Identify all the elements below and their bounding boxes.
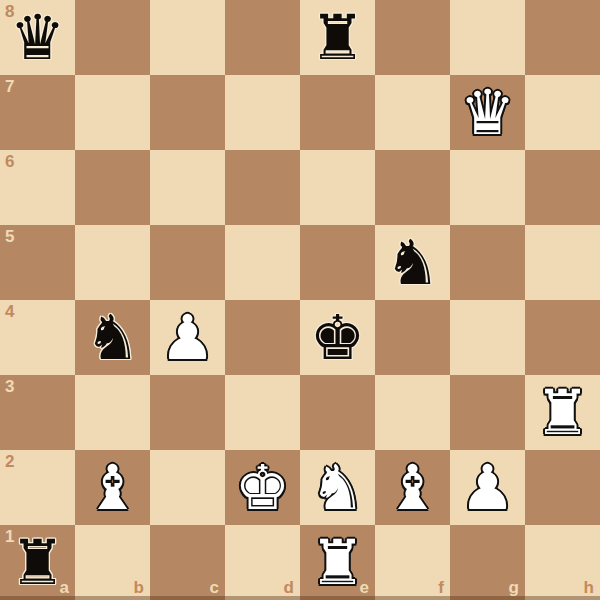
square-f2[interactable]: ♝ bbox=[375, 450, 450, 525]
white-pawn-g2[interactable]: ♟ bbox=[450, 450, 525, 525]
square-c4[interactable]: ♟ bbox=[150, 300, 225, 375]
square-b7[interactable] bbox=[75, 75, 150, 150]
white-rook-h3[interactable]: ♜ bbox=[525, 375, 600, 450]
square-f3[interactable] bbox=[375, 375, 450, 450]
white-queen-g7[interactable]: ♛ bbox=[450, 75, 525, 150]
rank-label-2: 2 bbox=[5, 453, 14, 470]
square-h5[interactable] bbox=[525, 225, 600, 300]
file-label-b: b bbox=[134, 579, 144, 596]
square-e5[interactable] bbox=[300, 225, 375, 300]
square-a5[interactable]: 5 bbox=[0, 225, 75, 300]
white-rook-e1[interactable]: ♜ bbox=[300, 525, 375, 600]
square-g1[interactable]: g bbox=[450, 525, 525, 600]
square-c6[interactable] bbox=[150, 150, 225, 225]
square-e8[interactable]: ♜ bbox=[300, 0, 375, 75]
square-b1[interactable]: b bbox=[75, 525, 150, 600]
white-bishop-f2[interactable]: ♝ bbox=[375, 450, 450, 525]
black-queen-a8[interactable]: ♛ bbox=[0, 0, 75, 75]
file-label-d: d bbox=[284, 579, 294, 596]
white-bishop-b2[interactable]: ♝ bbox=[75, 450, 150, 525]
square-d3[interactable] bbox=[225, 375, 300, 450]
rank-label-7: 7 bbox=[5, 78, 14, 95]
square-a1[interactable]: 1a♜ bbox=[0, 525, 75, 600]
square-d4[interactable] bbox=[225, 300, 300, 375]
chess-board-wrap: 8♛♜7♛65♞4♞♟♚3♜2♝♚♞♝♟1a♜bcde♜fgh bbox=[0, 0, 600, 600]
black-rook-e8[interactable]: ♜ bbox=[300, 0, 375, 75]
white-knight-e2[interactable]: ♞ bbox=[300, 450, 375, 525]
square-d6[interactable] bbox=[225, 150, 300, 225]
square-a3[interactable]: 3 bbox=[0, 375, 75, 450]
rank-label-6: 6 bbox=[5, 153, 14, 170]
file-label-h: h bbox=[584, 579, 594, 596]
square-h3[interactable]: ♜ bbox=[525, 375, 600, 450]
file-label-g: g bbox=[509, 579, 519, 596]
square-e6[interactable] bbox=[300, 150, 375, 225]
file-label-f: f bbox=[438, 579, 444, 596]
square-b2[interactable]: ♝ bbox=[75, 450, 150, 525]
square-h8[interactable] bbox=[525, 0, 600, 75]
rank-label-5: 5 bbox=[5, 228, 14, 245]
square-h4[interactable] bbox=[525, 300, 600, 375]
square-d5[interactable] bbox=[225, 225, 300, 300]
file-label-c: c bbox=[210, 579, 219, 596]
square-a8[interactable]: 8♛ bbox=[0, 0, 75, 75]
white-king-d2[interactable]: ♚ bbox=[225, 450, 300, 525]
black-knight-b4[interactable]: ♞ bbox=[75, 300, 150, 375]
square-h7[interactable] bbox=[525, 75, 600, 150]
square-a2[interactable]: 2 bbox=[0, 450, 75, 525]
square-c1[interactable]: c bbox=[150, 525, 225, 600]
square-f4[interactable] bbox=[375, 300, 450, 375]
square-d8[interactable] bbox=[225, 0, 300, 75]
square-b8[interactable] bbox=[75, 0, 150, 75]
rank-label-3: 3 bbox=[5, 378, 14, 395]
square-c2[interactable] bbox=[150, 450, 225, 525]
square-g6[interactable] bbox=[450, 150, 525, 225]
square-f7[interactable] bbox=[375, 75, 450, 150]
square-a6[interactable]: 6 bbox=[0, 150, 75, 225]
square-f6[interactable] bbox=[375, 150, 450, 225]
square-h6[interactable] bbox=[525, 150, 600, 225]
square-e2[interactable]: ♞ bbox=[300, 450, 375, 525]
square-g7[interactable]: ♛ bbox=[450, 75, 525, 150]
square-f8[interactable] bbox=[375, 0, 450, 75]
square-d2[interactable]: ♚ bbox=[225, 450, 300, 525]
chess-board: 8♛♜7♛65♞4♞♟♚3♜2♝♚♞♝♟1a♜bcde♜fgh bbox=[0, 0, 600, 600]
square-c7[interactable] bbox=[150, 75, 225, 150]
square-b3[interactable] bbox=[75, 375, 150, 450]
square-e7[interactable] bbox=[300, 75, 375, 150]
square-d1[interactable]: d bbox=[225, 525, 300, 600]
rank-label-4: 4 bbox=[5, 303, 14, 320]
square-b6[interactable] bbox=[75, 150, 150, 225]
square-g2[interactable]: ♟ bbox=[450, 450, 525, 525]
square-a4[interactable]: 4 bbox=[0, 300, 75, 375]
square-h2[interactable] bbox=[525, 450, 600, 525]
square-g5[interactable] bbox=[450, 225, 525, 300]
white-pawn-c4[interactable]: ♟ bbox=[150, 300, 225, 375]
black-king-e4[interactable]: ♚ bbox=[300, 300, 375, 375]
square-g4[interactable] bbox=[450, 300, 525, 375]
square-f5[interactable]: ♞ bbox=[375, 225, 450, 300]
square-a7[interactable]: 7 bbox=[0, 75, 75, 150]
square-c8[interactable] bbox=[150, 0, 225, 75]
square-e1[interactable]: e♜ bbox=[300, 525, 375, 600]
square-c3[interactable] bbox=[150, 375, 225, 450]
square-b4[interactable]: ♞ bbox=[75, 300, 150, 375]
black-knight-f5[interactable]: ♞ bbox=[375, 225, 450, 300]
square-g8[interactable] bbox=[450, 0, 525, 75]
square-f1[interactable]: f bbox=[375, 525, 450, 600]
black-rook-a1[interactable]: ♜ bbox=[0, 525, 75, 600]
square-h1[interactable]: h bbox=[525, 525, 600, 600]
square-d7[interactable] bbox=[225, 75, 300, 150]
square-g3[interactable] bbox=[450, 375, 525, 450]
square-e4[interactable]: ♚ bbox=[300, 300, 375, 375]
square-e3[interactable] bbox=[300, 375, 375, 450]
square-b5[interactable] bbox=[75, 225, 150, 300]
square-c5[interactable] bbox=[150, 225, 225, 300]
